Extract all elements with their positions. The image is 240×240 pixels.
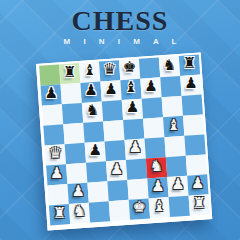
square-g8[interactable]: ♞ xyxy=(159,56,180,77)
white-pawn-d3[interactable]: ♟ xyxy=(107,159,127,179)
white-bishop-g5[interactable]: ♝ xyxy=(164,115,184,135)
white-pawn-h2[interactable]: ♟ xyxy=(188,173,208,193)
white-bishop-f1[interactable]: ♝ xyxy=(149,196,169,216)
black-king-e8[interactable]: ♚ xyxy=(120,57,140,77)
black-knight-c6[interactable]: ♞ xyxy=(82,100,102,120)
black-pawn-c4[interactable]: ♟ xyxy=(85,140,105,160)
square-f1[interactable]: ♝ xyxy=(149,197,170,218)
square-a6[interactable] xyxy=(42,104,63,125)
square-d7[interactable]: ♟ xyxy=(100,80,121,101)
white-knight-f3[interactable]: ♞ xyxy=(147,156,167,176)
board-wrap: ♜♝♛♚♞♜♟♟♟♝♟♟♞♟♝♛♟♟♟♟♞♟♟♟♟♜♞♚♝♜ xyxy=(36,52,212,230)
square-g4[interactable] xyxy=(164,136,185,157)
square-f5[interactable] xyxy=(143,117,164,138)
square-e4[interactable]: ♟ xyxy=(125,139,146,160)
white-pawn-a3[interactable]: ♟ xyxy=(47,163,67,183)
white-queen-a4[interactable]: ♛ xyxy=(45,143,65,163)
square-b5[interactable] xyxy=(63,123,84,144)
square-c1[interactable] xyxy=(89,201,110,222)
black-bishop-c8[interactable]: ♝ xyxy=(80,60,100,80)
masthead: CHESS M I N I M A L xyxy=(0,6,240,46)
black-rook-b8[interactable]: ♜ xyxy=(60,62,80,82)
square-d5[interactable] xyxy=(103,120,124,141)
square-a7[interactable]: ♟ xyxy=(41,84,62,105)
square-h7[interactable]: ♟ xyxy=(180,75,201,96)
black-queen-d8[interactable]: ♛ xyxy=(100,59,120,79)
square-d3[interactable]: ♟ xyxy=(106,160,127,181)
square-d6[interactable] xyxy=(102,100,123,121)
white-pawn-e4[interactable]: ♟ xyxy=(125,137,145,157)
black-rook-h8[interactable]: ♜ xyxy=(179,53,199,73)
square-c3[interactable] xyxy=(86,161,107,182)
black-pawn-h7[interactable]: ♟ xyxy=(181,73,201,93)
square-a1[interactable]: ♜ xyxy=(49,204,70,225)
square-d2[interactable] xyxy=(107,180,128,201)
square-b7[interactable] xyxy=(60,83,81,104)
square-b1[interactable]: ♞ xyxy=(69,203,90,224)
square-g2[interactable]: ♟ xyxy=(167,176,188,197)
board: ♜♝♛♚♞♜♟♟♟♝♟♟♞♟♝♛♟♟♟♟♞♟♟♟♟♜♞♚♝♜ xyxy=(36,52,212,230)
square-b6[interactable] xyxy=(62,103,83,124)
square-h6[interactable] xyxy=(182,95,203,116)
white-rook-h1[interactable]: ♜ xyxy=(189,193,209,213)
black-pawn-d7[interactable]: ♟ xyxy=(101,79,121,99)
black-pawn-f7[interactable]: ♟ xyxy=(141,76,161,96)
square-h4[interactable] xyxy=(184,134,205,155)
square-a3[interactable]: ♟ xyxy=(46,164,67,185)
square-g1[interactable] xyxy=(169,196,190,217)
square-h5[interactable] xyxy=(183,114,204,135)
black-pawn-e6[interactable]: ♟ xyxy=(122,97,142,117)
white-pawn-b2[interactable]: ♟ xyxy=(68,181,88,201)
square-e3[interactable] xyxy=(126,159,147,180)
square-f7[interactable]: ♟ xyxy=(140,77,161,98)
app-subtitle: M I N I M A L xyxy=(0,37,240,46)
white-pawn-g2[interactable]: ♟ xyxy=(168,174,188,194)
white-knight-b1[interactable]: ♞ xyxy=(70,201,90,221)
white-pawn-f2[interactable]: ♟ xyxy=(148,176,168,196)
black-bishop-e7[interactable]: ♝ xyxy=(121,77,141,97)
white-rook-a1[interactable]: ♜ xyxy=(50,203,70,223)
square-b8[interactable]: ♜ xyxy=(59,63,80,84)
square-c2[interactable] xyxy=(87,181,108,202)
app-title: CHESS xyxy=(0,6,240,36)
square-b4[interactable] xyxy=(65,143,86,164)
square-g7[interactable] xyxy=(160,76,181,97)
black-knight-g8[interactable]: ♞ xyxy=(160,55,180,75)
square-f6[interactable] xyxy=(142,97,163,118)
black-pawn-a7[interactable]: ♟ xyxy=(41,83,61,103)
square-h1[interactable]: ♜ xyxy=(189,194,210,215)
square-e1[interactable]: ♚ xyxy=(129,198,150,219)
square-g5[interactable]: ♝ xyxy=(163,116,184,137)
square-c6[interactable]: ♞ xyxy=(82,102,103,123)
square-c4[interactable]: ♟ xyxy=(85,141,106,162)
square-e6[interactable]: ♟ xyxy=(122,99,143,120)
black-pawn-c7[interactable]: ♟ xyxy=(81,80,101,100)
square-d1[interactable] xyxy=(109,200,130,221)
white-king-e1[interactable]: ♚ xyxy=(129,197,149,217)
